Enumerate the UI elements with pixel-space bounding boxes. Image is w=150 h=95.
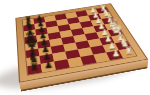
square-e4: [73, 34, 87, 42]
square-d3: [82, 26, 96, 34]
square-h8: ♜: [27, 64, 42, 75]
square-h7: ♟: [41, 62, 56, 73]
piece-black-rook: ♜: [27, 62, 42, 74]
piece-white-pawn: ♟: [109, 49, 123, 59]
square-h4: [80, 55, 96, 65]
chess-board: ♜♟♟♜♞♟♟♞♝♟♟♝♛♟♟♛♚♟♟♚♝♟♟♝♞♟♟♞♜♟♟♜: [15, 3, 148, 82]
chess-set-photo: ♜♟♟♜♞♟♟♞♝♟♟♝♛♟♟♛♚♟♟♚♝♟♟♝♞♟♟♞♜♟♟♜: [0, 0, 150, 95]
piece-black-pawn: ♟: [41, 61, 56, 72]
square-h2: ♟: [106, 50, 123, 60]
square-d5: [59, 30, 73, 38]
piece-white-rook: ♜: [122, 46, 136, 57]
square-g3: [90, 45, 106, 54]
